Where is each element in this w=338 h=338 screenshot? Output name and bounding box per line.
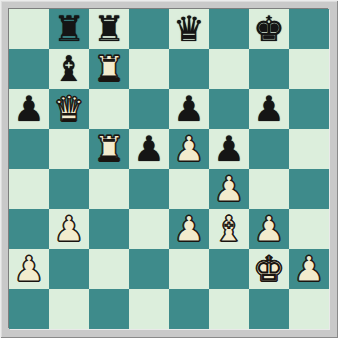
- square-c3[interactable]: [89, 209, 129, 249]
- square-g1[interactable]: [249, 289, 289, 329]
- white-pawn[interactable]: ♟: [173, 209, 204, 249]
- square-b4[interactable]: [49, 169, 89, 209]
- square-b6[interactable]: ♛: [49, 89, 89, 129]
- black-rook[interactable]: ♜: [53, 9, 84, 49]
- black-pawn[interactable]: ♟: [133, 129, 164, 169]
- square-c4[interactable]: [89, 169, 129, 209]
- square-b7[interactable]: ♝: [49, 49, 89, 89]
- black-pawn[interactable]: ♟: [13, 89, 44, 129]
- square-b2[interactable]: [49, 249, 89, 289]
- square-d5[interactable]: ♟: [129, 129, 169, 169]
- square-d6[interactable]: [129, 89, 169, 129]
- square-d7[interactable]: [129, 49, 169, 89]
- square-h6[interactable]: [289, 89, 329, 129]
- white-pawn[interactable]: ♟: [213, 169, 244, 209]
- white-rook[interactable]: ♜: [93, 129, 124, 169]
- square-b5[interactable]: [49, 129, 89, 169]
- black-pawn[interactable]: ♟: [173, 89, 204, 129]
- square-b3[interactable]: ♟: [49, 209, 89, 249]
- square-a5[interactable]: [9, 129, 49, 169]
- black-pawn[interactable]: ♟: [253, 89, 284, 129]
- square-e6[interactable]: ♟: [169, 89, 209, 129]
- square-e3[interactable]: ♟: [169, 209, 209, 249]
- square-h5[interactable]: [289, 129, 329, 169]
- black-queen[interactable]: ♛: [173, 9, 204, 49]
- square-f8[interactable]: [209, 9, 249, 49]
- square-h4[interactable]: [289, 169, 329, 209]
- black-king[interactable]: ♚: [253, 9, 284, 49]
- white-pawn[interactable]: ♟: [253, 209, 284, 249]
- square-f2[interactable]: [209, 249, 249, 289]
- square-h8[interactable]: [289, 9, 329, 49]
- square-a3[interactable]: [9, 209, 49, 249]
- square-d2[interactable]: [129, 249, 169, 289]
- white-queen[interactable]: ♛: [53, 89, 84, 129]
- white-rook[interactable]: ♜: [93, 49, 124, 89]
- black-bishop[interactable]: ♝: [53, 49, 84, 89]
- square-g7[interactable]: [249, 49, 289, 89]
- square-g2[interactable]: ♚: [249, 249, 289, 289]
- square-f5[interactable]: ♟: [209, 129, 249, 169]
- square-g6[interactable]: ♟: [249, 89, 289, 129]
- square-e2[interactable]: [169, 249, 209, 289]
- white-pawn[interactable]: ♟: [13, 249, 44, 289]
- square-g4[interactable]: [249, 169, 289, 209]
- square-f3[interactable]: ♝: [209, 209, 249, 249]
- white-bishop[interactable]: ♝: [213, 209, 244, 249]
- square-h1[interactable]: [289, 289, 329, 329]
- square-f7[interactable]: [209, 49, 249, 89]
- square-d1[interactable]: [129, 289, 169, 329]
- chess-board: ♜♜♛♚♝♜♟♛♟♟♜♟♟♟♟♟♟♝♟♟♚♟: [9, 9, 329, 329]
- square-f6[interactable]: [209, 89, 249, 129]
- square-f4[interactable]: ♟: [209, 169, 249, 209]
- square-a8[interactable]: [9, 9, 49, 49]
- square-a4[interactable]: [9, 169, 49, 209]
- square-c5[interactable]: ♜: [89, 129, 129, 169]
- square-d4[interactable]: [129, 169, 169, 209]
- square-h2[interactable]: ♟: [289, 249, 329, 289]
- square-a6[interactable]: ♟: [9, 89, 49, 129]
- square-f1[interactable]: [209, 289, 249, 329]
- square-c6[interactable]: [89, 89, 129, 129]
- square-c2[interactable]: [89, 249, 129, 289]
- square-b8[interactable]: ♜: [49, 9, 89, 49]
- square-c1[interactable]: [89, 289, 129, 329]
- square-b1[interactable]: [49, 289, 89, 329]
- board-frame: ♜♜♛♚♝♜♟♛♟♟♜♟♟♟♟♟♟♝♟♟♚♟: [0, 0, 338, 338]
- square-a7[interactable]: [9, 49, 49, 89]
- black-pawn[interactable]: ♟: [213, 129, 244, 169]
- square-e1[interactable]: [169, 289, 209, 329]
- square-a1[interactable]: [9, 289, 49, 329]
- square-d3[interactable]: [129, 209, 169, 249]
- square-g3[interactable]: ♟: [249, 209, 289, 249]
- white-king[interactable]: ♚: [253, 249, 284, 289]
- white-pawn[interactable]: ♟: [293, 249, 324, 289]
- square-e8[interactable]: ♛: [169, 9, 209, 49]
- square-c8[interactable]: ♜: [89, 9, 129, 49]
- square-e5[interactable]: ♟: [169, 129, 209, 169]
- square-c7[interactable]: ♜: [89, 49, 129, 89]
- white-pawn[interactable]: ♟: [53, 209, 84, 249]
- square-h3[interactable]: [289, 209, 329, 249]
- white-pawn[interactable]: ♟: [173, 129, 204, 169]
- square-h7[interactable]: [289, 49, 329, 89]
- square-g8[interactable]: ♚: [249, 9, 289, 49]
- square-a2[interactable]: ♟: [9, 249, 49, 289]
- black-rook[interactable]: ♜: [93, 9, 124, 49]
- square-e4[interactable]: [169, 169, 209, 209]
- square-d8[interactable]: [129, 9, 169, 49]
- square-g5[interactable]: [249, 129, 289, 169]
- square-e7[interactable]: [169, 49, 209, 89]
